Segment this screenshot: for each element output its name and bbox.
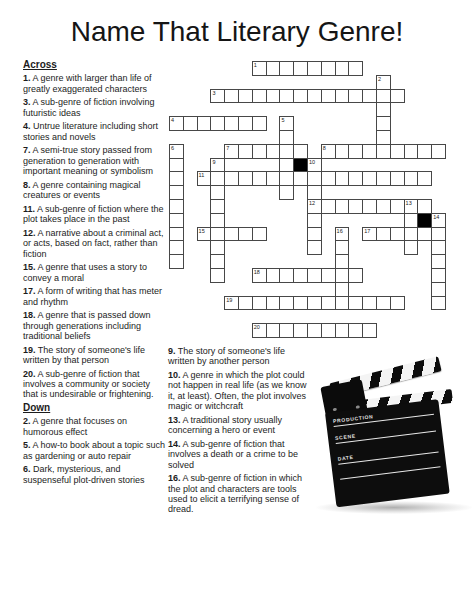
grid-cell (308, 90, 322, 103)
clue-column-left: Across 1. A genre with larger than life … (23, 60, 166, 488)
grid-cell (170, 172, 183, 186)
grid-cell (308, 324, 322, 337)
grid-cell (322, 90, 336, 103)
grid-cell (405, 214, 418, 228)
cell-number: 19 (226, 297, 232, 303)
grid-cell (363, 90, 377, 103)
cell-number: 15 (199, 228, 205, 234)
grid-cell (170, 241, 183, 255)
grid-cell (349, 200, 363, 213)
grid-cell (308, 228, 321, 242)
word-11-across: 11 (197, 171, 433, 186)
grid-cell: 15 (198, 228, 212, 241)
grid-cell (294, 62, 308, 75)
clue-12: 12. A narrative about a criminal act, or… (23, 228, 166, 259)
grid-cell (239, 297, 253, 310)
grid-cell (280, 62, 294, 75)
grid-cell (377, 117, 390, 131)
cell-number: 14 (433, 214, 439, 220)
grid-cell (363, 145, 377, 158)
across-clue-list: 1. A genre with larger than life of grea… (23, 73, 166, 399)
grid-cell (336, 269, 350, 282)
word-6-down: 6 (169, 144, 184, 269)
grid-cell (432, 228, 445, 241)
grid-cell: 9 (211, 159, 224, 173)
grid-cell (377, 200, 391, 213)
grid-cell (336, 324, 350, 337)
grid-cell (308, 62, 322, 75)
down-clue-list-left: 2. A genre that focuses on humorous effe… (23, 416, 166, 485)
grid-cell (294, 269, 308, 282)
grid-cell: 14 (432, 214, 445, 228)
grid-cell (239, 117, 253, 130)
grid-cell (225, 90, 239, 103)
page-title: Name That Literary Genre! (0, 16, 474, 48)
grid-cell (336, 90, 350, 103)
grid-cell (349, 172, 363, 185)
grid-cell (267, 297, 281, 310)
clue-7: 7. A semi-true story passed from generat… (23, 145, 166, 176)
word-17-across: 17 (362, 227, 446, 242)
grid-cell (211, 172, 225, 185)
grid-cell (253, 297, 267, 310)
grid-cell (418, 228, 432, 241)
grid-cell (322, 269, 336, 282)
black-cell (417, 213, 432, 228)
grid-cell (280, 269, 294, 282)
grid-cell (253, 145, 267, 158)
grid-cell (170, 214, 183, 228)
cell-number: 11 (199, 172, 205, 178)
grid-cell (211, 214, 224, 228)
grid-cell (432, 269, 445, 283)
cell-number: 20 (254, 324, 260, 330)
grid-cell (294, 297, 308, 310)
grid-cell (391, 90, 404, 103)
grid-cell (211, 117, 225, 130)
clue-20: 20. A sub-genre of fiction that involves… (23, 369, 166, 400)
grid-cell (322, 297, 336, 310)
grid-cell (211, 228, 225, 241)
grid-cell (308, 241, 321, 254)
clapperboard-board: PRODUCTION SCENE DATE (325, 399, 450, 507)
grid-cell (405, 172, 419, 185)
word-4-across: 4 (169, 116, 267, 131)
grid-cell (377, 228, 391, 241)
grid-cell: 20 (253, 324, 267, 337)
grid-cell (432, 283, 445, 297)
grid-cell (280, 90, 294, 103)
clue-13: 13. A traditional story usually concerni… (168, 415, 308, 436)
grid-cell: 18 (253, 269, 267, 282)
grid-cell (349, 269, 362, 282)
black-cell (293, 158, 308, 173)
grid-cell (170, 228, 183, 242)
grid-cell (349, 90, 363, 103)
grid-cell (211, 186, 224, 200)
cell-number: 5 (281, 117, 284, 123)
grid-cell (363, 172, 377, 185)
down-clue-list-right: 9. The story of someone's life written b… (168, 346, 308, 515)
grid-cell (418, 145, 432, 158)
grid-cell: 17 (363, 228, 377, 241)
cell-number: 17 (364, 228, 370, 234)
grid-cell: 6 (170, 145, 183, 159)
grid-cell (377, 131, 390, 145)
grid-cell (405, 228, 419, 241)
grid-cell (377, 145, 391, 158)
grid-cell (336, 255, 349, 269)
cell-number: 13 (406, 200, 412, 206)
grid-cell (363, 200, 377, 213)
clue-18: 18. A genre that is passed down through … (23, 310, 166, 341)
crossword-grid: 1234567891011121314151617181920 (169, 61, 446, 338)
grid-cell (253, 228, 266, 241)
grid-cell (363, 297, 377, 310)
grid-cell (253, 172, 267, 185)
cell-number: 8 (323, 145, 326, 151)
grid-cell (280, 324, 294, 337)
grid-cell (294, 172, 308, 185)
cell-number: 6 (171, 145, 174, 151)
clue-1: 1. A genre with larger than life of grea… (23, 73, 166, 94)
grid-cell (336, 145, 350, 158)
cell-number: 2 (378, 76, 381, 82)
grid-cell (280, 159, 293, 173)
grid-cell (432, 145, 445, 158)
cell-number: 12 (309, 200, 315, 206)
grid-cell (198, 117, 212, 130)
grid-cell (391, 145, 405, 158)
clue-2: 2. A genre that focuses on humorous effe… (23, 416, 166, 437)
grid-cell (308, 297, 322, 310)
grid-cell (267, 145, 281, 158)
grid-cell (267, 324, 281, 337)
grid-cell (391, 297, 404, 310)
grid-cell (336, 297, 350, 310)
grid-cell (267, 62, 281, 75)
grid-cell (225, 117, 239, 130)
down-header: Down (23, 403, 166, 413)
grid-cell: 3 (211, 90, 225, 103)
clue-3: 3. A sub-genre of fiction involving futu… (23, 97, 166, 118)
grid-cell (239, 90, 253, 103)
grid-cell (280, 172, 294, 185)
grid-cell (253, 117, 266, 130)
grid-cell: 2 (377, 76, 390, 90)
word-3-across: 3 (210, 89, 404, 104)
grid-cell (267, 172, 281, 185)
clue-4: 4. Untrue literature including short sto… (23, 121, 166, 142)
grid-cell: 8 (322, 145, 336, 158)
grid-cell (405, 145, 419, 158)
grid-cell (322, 200, 336, 213)
grid-cell (308, 186, 321, 200)
grid-cell: 10 (308, 159, 321, 173)
grid-cell (280, 145, 294, 158)
grid-cell (377, 103, 390, 117)
grid-cell (280, 186, 293, 199)
grid-cell: 1 (253, 62, 267, 75)
grid-cell (294, 324, 308, 337)
grid-cell (363, 324, 376, 337)
grid-cell (349, 297, 363, 310)
grid-cell (294, 90, 308, 103)
grid-cell (377, 172, 391, 185)
grid-cell (225, 172, 239, 185)
grid-cell (170, 159, 183, 173)
word-18-across: 18 (252, 268, 363, 283)
grid-cell (267, 269, 281, 282)
word-1-across: 1 (252, 61, 363, 76)
worksheet-page: Name That Literary Genre! Across 1. A ge… (0, 0, 474, 613)
grid-cell (391, 228, 405, 241)
grid-cell (294, 145, 307, 158)
grid-cell (349, 62, 362, 75)
grid-cell: 5 (280, 117, 293, 131)
grid-cell (170, 186, 183, 200)
grid-cell: 13 (405, 200, 418, 214)
clue-8: 8. A genre containing magical creatures … (23, 180, 166, 201)
grid-cell (280, 131, 293, 145)
grid-cell (336, 241, 349, 255)
grid-cell (211, 200, 224, 214)
word-19-across: 19 (224, 296, 404, 311)
grid-cell (184, 117, 198, 130)
grid-cell (432, 241, 445, 255)
grid-cell (308, 269, 322, 282)
clue-column-middle: 9. The story of someone's life written b… (168, 346, 308, 518)
across-header: Across (23, 60, 166, 70)
cell-number: 16 (337, 228, 343, 234)
grid-cell (432, 297, 445, 310)
word-8-across: 8 (321, 144, 446, 159)
grid-cell: 16 (336, 228, 349, 242)
grid-cell (322, 62, 336, 75)
cell-number: 7 (226, 145, 229, 151)
grid-cell: 19 (225, 297, 239, 310)
grid-cell: 4 (170, 117, 184, 130)
word-20-across: 20 (252, 323, 377, 338)
cell-number: 9 (212, 159, 215, 165)
clue-11: 11. A sub-genre of fiction where the plo… (23, 204, 166, 225)
grid-cell (170, 200, 183, 214)
clue-15: 15. A genre that uses a story to convey … (23, 262, 166, 283)
cell-number: 10 (309, 159, 315, 165)
grid-cell (322, 324, 336, 337)
grid-cell (336, 283, 349, 297)
cell-number: 3 (212, 90, 215, 96)
grid-cell (280, 297, 294, 310)
grid-cell (253, 90, 267, 103)
grid-cell (170, 255, 183, 268)
clapperboard-image: PRODUCTION SCENE DATE (316, 380, 474, 520)
cell-number: 1 (254, 62, 257, 68)
grid-cell (336, 200, 350, 213)
grid-cell (349, 324, 363, 337)
grid-cell (391, 200, 405, 213)
grid-cell (239, 145, 253, 158)
board-line (340, 466, 440, 479)
grid-cell (239, 228, 253, 241)
grid-cell: 11 (198, 172, 212, 185)
grid-cell (336, 62, 350, 75)
word-15-across: 15 (197, 227, 267, 242)
grid-cell (391, 172, 405, 185)
clue-6: 6. Dark, mysterious, and suspenseful plo… (23, 464, 166, 485)
clue-9: 9. The story of someone's life written b… (168, 346, 308, 367)
clue-19: 19. The story of someone's life written … (23, 345, 166, 366)
grid-cell: 12 (308, 200, 322, 213)
grid-cell (418, 200, 431, 213)
grid-cell (377, 90, 391, 103)
grid-cell (336, 172, 350, 185)
grid-cell (239, 172, 253, 185)
grid-cell (308, 172, 322, 185)
grid-cell (225, 228, 239, 241)
word-7-across: 7 (224, 144, 308, 159)
grid-cell (405, 241, 418, 254)
clue-10: 10. A genre in which the plot could not … (168, 370, 308, 412)
cell-number: 4 (171, 117, 174, 123)
clue-16: 16. A sub-genre of fiction in which the … (168, 473, 308, 515)
grid-cell: 7 (225, 145, 239, 158)
grid-cell (432, 255, 445, 269)
grid-cell (377, 297, 391, 310)
grid-cell (211, 255, 224, 269)
clue-14: 14. A sub-genre of fiction that involves… (168, 439, 308, 470)
grid-cell (211, 241, 224, 255)
grid-cell (211, 269, 224, 282)
cell-number: 18 (254, 269, 260, 275)
grid-cell (418, 172, 431, 185)
grid-cell (308, 214, 321, 228)
grid-cell (322, 172, 336, 185)
grid-cell (267, 90, 281, 103)
grid-cell (349, 145, 363, 158)
clue-17: 17. A form of writing that has meter and… (23, 286, 166, 307)
clue-5: 5. A how-to book about a topic such as g… (23, 440, 166, 461)
